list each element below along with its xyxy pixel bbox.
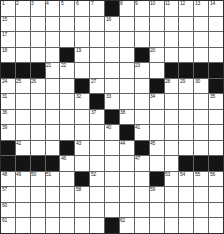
white-cell[interactable] <box>165 218 179 233</box>
white-cell[interactable] <box>120 94 134 109</box>
white-cell[interactable] <box>120 156 134 171</box>
white-cell[interactable] <box>105 203 119 218</box>
clue-number: 37 <box>91 110 96 115</box>
clue-number: 22 <box>61 63 66 68</box>
white-cell[interactable] <box>60 32 74 47</box>
white-cell[interactable] <box>105 32 119 47</box>
black-cell <box>209 156 223 171</box>
white-cell[interactable] <box>165 187 179 202</box>
black-cell <box>31 63 45 78</box>
clue-number: 15 <box>2 17 7 22</box>
white-cell[interactable] <box>150 32 164 47</box>
black-cell <box>105 1 119 16</box>
black-cell <box>120 125 134 140</box>
white-cell[interactable] <box>75 32 89 47</box>
white-cell[interactable] <box>150 156 164 171</box>
white-cell[interactable]: 14 <box>209 1 223 16</box>
white-cell[interactable] <box>105 63 119 78</box>
white-cell[interactable] <box>31 187 45 202</box>
white-cell[interactable] <box>90 125 104 140</box>
white-cell[interactable] <box>209 125 223 140</box>
white-cell[interactable] <box>165 94 179 109</box>
white-cell[interactable]: 55 <box>194 172 208 187</box>
white-cell[interactable] <box>165 203 179 218</box>
white-cell[interactable]: 6 <box>75 1 89 16</box>
white-cell[interactable] <box>75 218 89 233</box>
white-cell[interactable] <box>46 125 60 140</box>
white-cell[interactable] <box>194 125 208 140</box>
white-cell[interactable] <box>31 125 45 140</box>
clue-number: 18 <box>2 48 7 53</box>
white-cell[interactable] <box>90 156 104 171</box>
white-cell[interactable]: 62 <box>120 218 134 233</box>
white-cell[interactable] <box>194 94 208 109</box>
black-cell <box>165 63 179 78</box>
white-cell[interactable]: 29 <box>179 79 193 94</box>
white-cell[interactable] <box>194 110 208 125</box>
white-cell[interactable] <box>179 17 193 32</box>
black-cell <box>105 218 119 233</box>
white-cell[interactable] <box>179 125 193 140</box>
clue-number: 56 <box>210 172 215 177</box>
white-cell[interactable]: 12 <box>179 1 193 16</box>
white-cell[interactable]: 48 <box>1 172 15 187</box>
white-cell[interactable] <box>60 79 74 94</box>
white-cell[interactable]: 17 <box>1 32 15 47</box>
white-cell[interactable] <box>105 48 119 63</box>
white-cell[interactable] <box>46 17 60 32</box>
clue-number: 4 <box>46 1 49 6</box>
white-cell[interactable] <box>179 110 193 125</box>
white-cell[interactable] <box>209 141 223 156</box>
clue-number: 2 <box>16 1 19 6</box>
white-cell[interactable] <box>16 17 30 32</box>
white-cell[interactable] <box>90 141 104 156</box>
white-cell[interactable]: 22 <box>60 63 74 78</box>
white-cell[interactable]: 61 <box>1 218 15 233</box>
white-cell[interactable] <box>150 63 164 78</box>
white-cell[interactable]: 19 <box>75 48 89 63</box>
white-cell[interactable]: 34 <box>150 94 164 109</box>
clue-number: 9 <box>135 1 138 6</box>
clue-number: 24 <box>2 79 7 84</box>
clue-number: 20 <box>150 48 155 53</box>
white-cell[interactable]: 38 <box>120 110 134 125</box>
white-cell[interactable] <box>60 187 74 202</box>
white-cell[interactable] <box>16 110 30 125</box>
white-cell[interactable] <box>194 203 208 218</box>
white-cell[interactable] <box>31 17 45 32</box>
clue-number: 32 <box>76 94 81 99</box>
white-cell[interactable] <box>31 94 45 109</box>
white-cell[interactable] <box>194 48 208 63</box>
crossword-puzzle: 1234567891011121314151617181920212223242… <box>0 0 224 234</box>
white-cell[interactable]: 39 <box>1 125 15 140</box>
clue-number: 6 <box>76 1 79 6</box>
white-cell[interactable]: 32 <box>75 94 89 109</box>
clue-number: 16 <box>106 17 111 22</box>
white-cell[interactable] <box>31 218 45 233</box>
clue-number: 28 <box>165 79 170 84</box>
white-cell[interactable] <box>120 187 134 202</box>
clue-number: 51 <box>46 172 51 177</box>
black-cell <box>1 156 15 171</box>
white-cell[interactable]: 58 <box>75 187 89 202</box>
white-cell[interactable] <box>31 203 45 218</box>
white-cell[interactable] <box>105 172 119 187</box>
white-cell[interactable] <box>16 187 30 202</box>
white-cell[interactable] <box>46 48 60 63</box>
clue-number: 31 <box>2 94 7 99</box>
white-cell[interactable] <box>179 32 193 47</box>
white-cell[interactable]: 53 <box>165 172 179 187</box>
clue-number: 55 <box>195 172 200 177</box>
white-cell[interactable] <box>150 203 164 218</box>
black-cell <box>31 156 45 171</box>
white-cell[interactable] <box>135 94 149 109</box>
white-cell[interactable] <box>209 203 223 218</box>
clue-number: 14 <box>210 1 215 6</box>
black-cell <box>46 156 60 171</box>
white-cell[interactable] <box>194 32 208 47</box>
white-cell[interactable] <box>90 17 104 32</box>
clue-number: 10 <box>150 1 155 6</box>
clue-number: 21 <box>46 63 51 68</box>
white-cell[interactable] <box>46 187 60 202</box>
white-cell[interactable]: 13 <box>194 1 208 16</box>
clue-number: 30 <box>195 79 200 84</box>
white-cell[interactable] <box>179 218 193 233</box>
white-cell[interactable]: 24 <box>1 79 15 94</box>
white-cell[interactable] <box>150 125 164 140</box>
clue-number: 13 <box>195 1 200 6</box>
white-cell[interactable] <box>90 187 104 202</box>
white-cell[interactable] <box>194 17 208 32</box>
white-cell[interactable] <box>31 141 45 156</box>
white-cell[interactable] <box>120 63 134 78</box>
black-cell <box>194 63 208 78</box>
white-cell[interactable] <box>60 17 74 32</box>
white-cell[interactable] <box>46 32 60 47</box>
white-cell[interactable]: 51 <box>46 172 60 187</box>
black-cell <box>135 48 149 63</box>
clue-number: 25 <box>16 79 21 84</box>
black-cell <box>135 141 149 156</box>
clue-number: 8 <box>120 1 123 6</box>
white-cell[interactable]: 35 <box>209 94 223 109</box>
white-cell[interactable]: 31 <box>1 94 15 109</box>
white-cell[interactable] <box>75 125 89 140</box>
white-cell[interactable]: 54 <box>179 172 193 187</box>
white-cell[interactable]: 7 <box>90 1 104 16</box>
white-cell[interactable] <box>209 218 223 233</box>
white-cell[interactable] <box>46 141 60 156</box>
black-cell <box>179 156 193 171</box>
white-cell[interactable] <box>75 156 89 171</box>
white-cell[interactable]: 45 <box>150 141 164 156</box>
clue-number: 5 <box>61 1 64 6</box>
white-cell[interactable] <box>165 17 179 32</box>
white-cell[interactable]: 30 <box>194 79 208 94</box>
white-cell[interactable]: 50 <box>31 172 45 187</box>
white-cell[interactable]: 57 <box>1 187 15 202</box>
clue-number: 50 <box>31 172 36 177</box>
white-cell[interactable]: 43 <box>75 141 89 156</box>
white-cell[interactable] <box>75 17 89 32</box>
clue-number: 38 <box>120 110 125 115</box>
clue-number: 48 <box>2 172 7 177</box>
white-cell[interactable] <box>60 172 74 187</box>
white-cell[interactable] <box>120 79 134 94</box>
clue-number: 62 <box>120 218 125 223</box>
clue-number: 23 <box>135 63 140 68</box>
white-cell[interactable]: 37 <box>90 110 104 125</box>
white-cell[interactable] <box>165 125 179 140</box>
white-cell[interactable]: 36 <box>1 110 15 125</box>
white-cell[interactable] <box>16 48 30 63</box>
white-cell[interactable]: 20 <box>150 48 164 63</box>
white-cell[interactable]: 21 <box>46 63 60 78</box>
white-cell[interactable] <box>120 32 134 47</box>
clue-number: 34 <box>150 94 155 99</box>
clue-number: 11 <box>165 1 170 6</box>
white-cell[interactable] <box>16 125 30 140</box>
clue-number: 7 <box>91 1 94 6</box>
white-cell[interactable] <box>105 141 119 156</box>
white-cell[interactable]: 41 <box>135 125 149 140</box>
white-cell[interactable] <box>165 156 179 171</box>
white-cell[interactable]: 5 <box>60 1 74 16</box>
white-cell[interactable] <box>16 203 30 218</box>
clue-number: 52 <box>91 172 96 177</box>
clue-number: 42 <box>16 141 21 146</box>
white-cell[interactable] <box>120 17 134 32</box>
clue-number: 54 <box>180 172 185 177</box>
white-cell[interactable]: 3 <box>31 1 45 16</box>
clue-number: 35 <box>210 94 215 99</box>
black-cell <box>179 63 193 78</box>
black-cell <box>16 63 30 78</box>
clue-number: 29 <box>180 79 185 84</box>
white-cell[interactable] <box>179 203 193 218</box>
white-cell[interactable] <box>120 203 134 218</box>
white-cell[interactable] <box>16 32 30 47</box>
white-cell[interactable] <box>46 110 60 125</box>
clue-number: 1 <box>2 1 5 6</box>
black-cell <box>1 141 15 156</box>
white-cell[interactable] <box>209 32 223 47</box>
clue-number: 40 <box>106 125 111 130</box>
white-cell[interactable]: 42 <box>16 141 30 156</box>
white-cell[interactable] <box>165 48 179 63</box>
white-cell[interactable]: 23 <box>135 63 149 78</box>
white-cell[interactable] <box>150 17 164 32</box>
white-cell[interactable]: 1 <box>1 1 15 16</box>
white-cell[interactable] <box>209 48 223 63</box>
white-cell[interactable]: 4 <box>46 1 60 16</box>
white-cell[interactable] <box>75 110 89 125</box>
clue-number: 58 <box>76 187 81 192</box>
clue-number: 3 <box>31 1 34 6</box>
white-cell[interactable] <box>90 218 104 233</box>
black-cell <box>60 48 74 63</box>
white-cell[interactable] <box>31 32 45 47</box>
clue-number: 61 <box>2 218 7 223</box>
clue-number: 27 <box>91 79 96 84</box>
white-cell[interactable]: 2 <box>16 1 30 16</box>
black-cell <box>75 172 89 187</box>
black-cell <box>1 63 15 78</box>
white-cell[interactable]: 59 <box>150 187 164 202</box>
white-cell[interactable] <box>46 94 60 109</box>
black-cell <box>75 79 89 94</box>
black-cell <box>150 172 164 187</box>
white-cell[interactable] <box>31 48 45 63</box>
white-cell[interactable] <box>209 110 223 125</box>
white-cell[interactable]: 16 <box>105 17 119 32</box>
clue-number: 26 <box>31 79 36 84</box>
clue-number: 44 <box>120 141 125 146</box>
white-cell[interactable] <box>46 79 60 94</box>
white-cell[interactable]: 56 <box>209 172 223 187</box>
white-cell[interactable]: 25 <box>16 79 30 94</box>
white-cell[interactable] <box>179 48 193 63</box>
clue-number: 53 <box>165 172 170 177</box>
white-cell[interactable]: 15 <box>1 17 15 32</box>
white-cell[interactable] <box>165 32 179 47</box>
white-cell[interactable] <box>209 17 223 32</box>
white-cell[interactable] <box>194 218 208 233</box>
white-cell[interactable] <box>60 125 74 140</box>
white-cell[interactable]: 10 <box>150 1 164 16</box>
white-cell[interactable] <box>105 79 119 94</box>
black-cell <box>209 63 223 78</box>
white-cell[interactable] <box>135 187 149 202</box>
clue-number: 36 <box>2 110 7 115</box>
white-cell[interactable] <box>165 110 179 125</box>
white-cell[interactable] <box>60 218 74 233</box>
white-cell[interactable] <box>135 172 149 187</box>
white-cell[interactable] <box>135 203 149 218</box>
white-cell[interactable] <box>135 17 149 32</box>
white-cell[interactable] <box>179 141 193 156</box>
clue-number: 12 <box>180 1 185 6</box>
clue-number: 60 <box>2 203 7 208</box>
white-cell[interactable]: 47 <box>135 156 149 171</box>
white-cell[interactable] <box>46 218 60 233</box>
clue-number: 59 <box>150 187 155 192</box>
white-cell[interactable] <box>90 203 104 218</box>
black-cell <box>209 79 223 94</box>
white-cell[interactable] <box>75 63 89 78</box>
clue-number: 46 <box>61 156 66 161</box>
white-cell[interactable]: 44 <box>120 141 134 156</box>
white-cell[interactable]: 33 <box>105 94 119 109</box>
white-cell[interactable] <box>60 110 74 125</box>
white-cell[interactable] <box>46 203 60 218</box>
clue-number: 19 <box>76 48 81 53</box>
clue-number: 57 <box>2 187 7 192</box>
white-cell[interactable] <box>150 218 164 233</box>
white-cell[interactable] <box>16 94 30 109</box>
white-cell[interactable] <box>194 141 208 156</box>
black-cell <box>105 110 119 125</box>
white-cell[interactable]: 18 <box>1 48 15 63</box>
clue-number: 43 <box>76 141 81 146</box>
white-cell[interactable] <box>90 48 104 63</box>
white-cell[interactable] <box>90 32 104 47</box>
white-cell[interactable]: 27 <box>90 79 104 94</box>
white-cell[interactable]: 60 <box>1 203 15 218</box>
white-cell[interactable] <box>31 110 45 125</box>
crossword-grid: 1234567891011121314151617181920212223242… <box>0 0 224 234</box>
white-cell[interactable] <box>209 187 223 202</box>
clue-number: 49 <box>16 172 21 177</box>
clue-number: 17 <box>2 32 7 37</box>
white-cell[interactable]: 52 <box>90 172 104 187</box>
white-cell[interactable]: 8 <box>120 1 134 16</box>
white-cell[interactable] <box>135 32 149 47</box>
clue-number: 39 <box>2 125 7 130</box>
white-cell[interactable] <box>75 203 89 218</box>
black-cell <box>150 79 164 94</box>
black-cell <box>90 94 104 109</box>
white-cell[interactable]: 11 <box>165 1 179 16</box>
white-cell[interactable] <box>194 187 208 202</box>
white-cell[interactable]: 26 <box>31 79 45 94</box>
white-cell[interactable] <box>135 110 149 125</box>
white-cell[interactable] <box>150 110 164 125</box>
white-cell[interactable]: 28 <box>165 79 179 94</box>
white-cell[interactable] <box>135 79 149 94</box>
white-cell[interactable]: 9 <box>135 1 149 16</box>
white-cell[interactable] <box>120 48 134 63</box>
black-cell <box>16 156 30 171</box>
clue-number: 45 <box>150 141 155 146</box>
black-cell <box>60 141 74 156</box>
white-cell[interactable] <box>165 141 179 156</box>
white-cell[interactable] <box>60 203 74 218</box>
clue-number: 47 <box>135 156 140 161</box>
clue-number: 33 <box>106 94 111 99</box>
white-cell[interactable] <box>120 172 134 187</box>
white-cell[interactable] <box>105 156 119 171</box>
white-cell[interactable] <box>90 63 104 78</box>
white-cell[interactable]: 40 <box>105 125 119 140</box>
white-cell[interactable] <box>16 218 30 233</box>
black-cell <box>194 156 208 171</box>
white-cell[interactable] <box>135 218 149 233</box>
white-cell[interactable]: 49 <box>16 172 30 187</box>
clue-number: 41 <box>135 125 140 130</box>
white-cell[interactable] <box>105 187 119 202</box>
white-cell[interactable]: 46 <box>60 156 74 171</box>
white-cell[interactable] <box>179 187 193 202</box>
white-cell[interactable] <box>179 94 193 109</box>
white-cell[interactable] <box>60 94 74 109</box>
